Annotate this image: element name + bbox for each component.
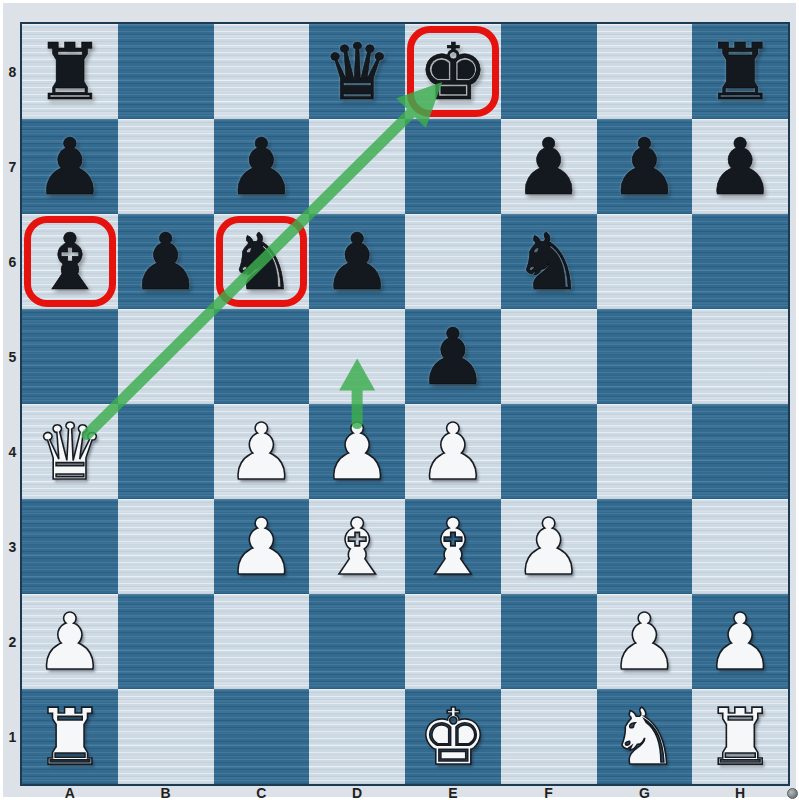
square-h2[interactable]: ♟: [692, 594, 788, 689]
file-label-d: D: [309, 785, 405, 800]
piece-black-pawn-g7[interactable]: ♟: [609, 128, 679, 206]
piece-black-rook-a8[interactable]: ♜: [35, 33, 105, 111]
square-c8[interactable]: [214, 24, 310, 119]
rank-label-8: 8: [5, 24, 20, 119]
square-e3[interactable]: ♝: [405, 499, 501, 594]
file-label-a: A: [22, 785, 118, 800]
square-a3[interactable]: [22, 499, 118, 594]
square-c1[interactable]: [214, 689, 310, 784]
square-a6[interactable]: ♝: [22, 214, 118, 309]
square-d6[interactable]: ♟: [309, 214, 405, 309]
file-label-h: H: [692, 785, 788, 800]
piece-black-pawn-f7[interactable]: ♟: [514, 128, 584, 206]
piece-black-bishop-a6[interactable]: ♝: [35, 223, 105, 301]
piece-black-pawn-c7[interactable]: ♟: [226, 128, 296, 206]
square-e7[interactable]: [405, 119, 501, 214]
square-c5[interactable]: [214, 309, 310, 404]
file-label-c: C: [214, 785, 310, 800]
piece-black-pawn-a7[interactable]: ♟: [35, 128, 105, 206]
piece-black-pawn-h7[interactable]: ♟: [705, 128, 775, 206]
piece-white-queen-a4[interactable]: ♛: [35, 413, 105, 491]
square-e1[interactable]: ♚: [405, 689, 501, 784]
square-h8[interactable]: ♜: [692, 24, 788, 119]
piece-white-bishop-e3[interactable]: ♝: [418, 508, 488, 586]
square-b3[interactable]: [118, 499, 214, 594]
square-e2[interactable]: [405, 594, 501, 689]
square-b5[interactable]: [118, 309, 214, 404]
square-a4[interactable]: ♛: [22, 404, 118, 499]
square-f1[interactable]: [501, 689, 597, 784]
piece-black-knight-c6[interactable]: ♞: [226, 223, 296, 301]
square-b2[interactable]: [118, 594, 214, 689]
square-f5[interactable]: [501, 309, 597, 404]
square-g5[interactable]: [597, 309, 693, 404]
square-e6[interactable]: [405, 214, 501, 309]
file-label-e: E: [405, 785, 501, 800]
square-e4[interactable]: ♟: [405, 404, 501, 499]
square-f3[interactable]: ♟: [501, 499, 597, 594]
square-d7[interactable]: [309, 119, 405, 214]
square-h1[interactable]: ♜: [692, 689, 788, 784]
square-f2[interactable]: [501, 594, 597, 689]
piece-black-pawn-b6[interactable]: ♟: [131, 223, 201, 301]
square-f8[interactable]: [501, 24, 597, 119]
square-f7[interactable]: ♟: [501, 119, 597, 214]
square-g3[interactable]: [597, 499, 693, 594]
square-g4[interactable]: [597, 404, 693, 499]
rank-label-2: 2: [5, 594, 20, 689]
rank-label-6: 6: [5, 214, 20, 309]
square-d2[interactable]: [309, 594, 405, 689]
file-label-b: B: [118, 785, 214, 800]
square-f6[interactable]: ♞: [501, 214, 597, 309]
square-a7[interactable]: ♟: [22, 119, 118, 214]
piece-white-rook-h1[interactable]: ♜: [705, 698, 775, 776]
file-label-g: G: [597, 785, 693, 800]
rank-label-4: 4: [5, 404, 20, 499]
rank-label-3: 3: [5, 499, 20, 594]
file-label-f: F: [501, 785, 597, 800]
piece-black-king-e8[interactable]: ♚: [418, 33, 488, 111]
square-g8[interactable]: [597, 24, 693, 119]
square-d1[interactable]: [309, 689, 405, 784]
piece-white-pawn-f3[interactable]: ♟: [514, 508, 584, 586]
square-e5[interactable]: ♟: [405, 309, 501, 404]
square-b6[interactable]: ♟: [118, 214, 214, 309]
square-d3[interactable]: ♝: [309, 499, 405, 594]
square-g6[interactable]: [597, 214, 693, 309]
piece-black-queen-d8[interactable]: ♛: [322, 33, 392, 111]
piece-black-rook-h8[interactable]: ♜: [705, 33, 775, 111]
square-a1[interactable]: ♜: [22, 689, 118, 784]
square-c7[interactable]: ♟: [214, 119, 310, 214]
square-b4[interactable]: [118, 404, 214, 499]
square-a8[interactable]: ♜: [22, 24, 118, 119]
square-g7[interactable]: ♟: [597, 119, 693, 214]
piece-white-pawn-d4[interactable]: ♟: [322, 413, 392, 491]
board: ♜♛♚♜♟♟♟♟♟♝♟♞♟♞♟♛♟♟♟♟♝♝♟♟♟♟♜♚♞♜: [20, 22, 790, 786]
square-h6[interactable]: [692, 214, 788, 309]
square-c6[interactable]: ♞: [214, 214, 310, 309]
rank-label-5: 5: [5, 309, 20, 404]
square-h5[interactable]: [692, 309, 788, 404]
piece-white-knight-g1[interactable]: ♞: [609, 698, 679, 776]
piece-black-knight-f6[interactable]: ♞: [514, 223, 584, 301]
rank-label-7: 7: [5, 119, 20, 214]
square-g2[interactable]: ♟: [597, 594, 693, 689]
piece-white-pawn-a2[interactable]: ♟: [35, 603, 105, 681]
piece-white-bishop-d3[interactable]: ♝: [322, 508, 392, 586]
piece-black-pawn-d6[interactable]: ♟: [322, 223, 392, 301]
piece-white-pawn-e4[interactable]: ♟: [418, 413, 488, 491]
rank-label-1: 1: [5, 689, 20, 784]
piece-white-pawn-g2[interactable]: ♟: [609, 603, 679, 681]
square-f4[interactable]: [501, 404, 597, 499]
piece-white-king-e1[interactable]: ♚: [418, 698, 488, 776]
square-c3[interactable]: ♟: [214, 499, 310, 594]
piece-white-rook-a1[interactable]: ♜: [35, 698, 105, 776]
square-e8[interactable]: ♚: [405, 24, 501, 119]
square-c4[interactable]: ♟: [214, 404, 310, 499]
file-labels: ABCDEFGH: [22, 785, 788, 800]
rank-labels: 87654321: [5, 24, 20, 784]
square-h4[interactable]: [692, 404, 788, 499]
corner-dot-icon: [787, 788, 798, 799]
square-h3[interactable]: [692, 499, 788, 594]
square-b1[interactable]: [118, 689, 214, 784]
piece-white-pawn-c4[interactable]: ♟: [226, 413, 296, 491]
square-d4[interactable]: ♟: [309, 404, 405, 499]
piece-white-pawn-c3[interactable]: ♟: [226, 508, 296, 586]
square-a5[interactable]: [22, 309, 118, 404]
square-d8[interactable]: ♛: [309, 24, 405, 119]
square-b8[interactable]: [118, 24, 214, 119]
square-c2[interactable]: [214, 594, 310, 689]
square-g1[interactable]: ♞: [597, 689, 693, 784]
piece-white-pawn-h2[interactable]: ♟: [705, 603, 775, 681]
square-d5[interactable]: [309, 309, 405, 404]
piece-black-pawn-e5[interactable]: ♟: [418, 318, 488, 396]
square-a2[interactable]: ♟: [22, 594, 118, 689]
board-frame-panel: 87654321 ♜♛♚♜♟♟♟♟♟♝♟♞♟♞♟♛♟♟♟♟♝♝♟♟♟♟♜♚♞♜ …: [3, 3, 796, 797]
square-h7[interactable]: ♟: [692, 119, 788, 214]
square-b7[interactable]: [118, 119, 214, 214]
